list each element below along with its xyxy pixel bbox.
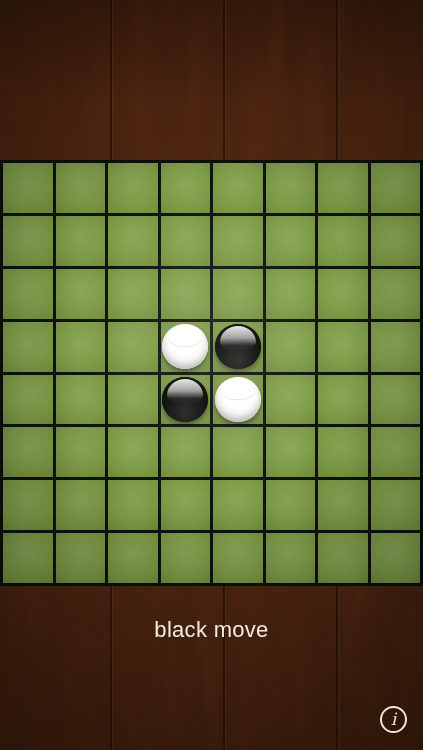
board-cell[interactable] — [56, 533, 106, 583]
board-cell[interactable] — [371, 427, 421, 477]
board: ●●●● — [0, 160, 423, 586]
board-cell[interactable] — [318, 322, 368, 372]
board-cell[interactable] — [371, 163, 421, 213]
board-cell[interactable] — [213, 533, 263, 583]
board-cell[interactable] — [56, 322, 106, 372]
board-cell[interactable] — [108, 269, 158, 319]
disc-black: ● — [215, 324, 261, 369]
board-cell[interactable] — [371, 375, 421, 425]
board-cell[interactable] — [3, 322, 53, 372]
board-cell[interactable] — [318, 163, 368, 213]
board-cell[interactable] — [108, 375, 158, 425]
board-cell[interactable] — [266, 427, 316, 477]
info-button[interactable]: i — [380, 706, 407, 733]
board-cell[interactable] — [371, 322, 421, 372]
white-disc-glyph: ● — [215, 377, 261, 422]
board-cell[interactable] — [108, 163, 158, 213]
disc-white: ● — [215, 377, 261, 422]
board-cell[interactable] — [3, 216, 53, 266]
board-cell[interactable] — [213, 163, 263, 213]
board-cell[interactable] — [56, 216, 106, 266]
board-cell[interactable] — [318, 533, 368, 583]
board-cell[interactable] — [266, 322, 316, 372]
board-cell[interactable] — [213, 480, 263, 530]
board-cell[interactable] — [161, 427, 211, 477]
board-cell[interactable] — [266, 269, 316, 319]
board-grid: ●●●● — [3, 163, 420, 583]
board-cell[interactable] — [3, 480, 53, 530]
board-cell[interactable] — [3, 375, 53, 425]
board-cell[interactable] — [108, 533, 158, 583]
board-cell[interactable] — [56, 480, 106, 530]
board-cell[interactable] — [318, 375, 368, 425]
board-cell[interactable] — [266, 480, 316, 530]
board-cell[interactable] — [161, 480, 211, 530]
board-cell[interactable] — [161, 269, 211, 319]
board-cell[interactable] — [371, 269, 421, 319]
board-cell[interactable] — [3, 427, 53, 477]
board-cell[interactable] — [371, 216, 421, 266]
board-cell[interactable] — [3, 269, 53, 319]
board-cell[interactable] — [56, 375, 106, 425]
board-cell[interactable] — [266, 375, 316, 425]
board-cell[interactable]: ● — [213, 322, 263, 372]
white-disc-glyph: ● — [162, 324, 208, 369]
info-icon: i — [391, 711, 396, 728]
board-cell[interactable] — [318, 216, 368, 266]
board-cell[interactable] — [56, 269, 106, 319]
board-cell[interactable] — [318, 427, 368, 477]
board-cell[interactable] — [266, 216, 316, 266]
turn-status-text: black move — [0, 617, 423, 643]
board-cell[interactable] — [213, 427, 263, 477]
board-cell[interactable] — [161, 216, 211, 266]
board-cell[interactable] — [3, 163, 53, 213]
board-cell[interactable] — [266, 533, 316, 583]
board-cell[interactable] — [108, 427, 158, 477]
board-cell[interactable] — [3, 533, 53, 583]
board-cell[interactable] — [108, 480, 158, 530]
board-cell[interactable] — [108, 322, 158, 372]
board-cell[interactable] — [161, 163, 211, 213]
board-cell[interactable] — [56, 163, 106, 213]
disc-white: ● — [162, 324, 208, 369]
disc-black: ● — [162, 377, 208, 422]
board-cell[interactable]: ● — [213, 375, 263, 425]
board-cell[interactable] — [266, 163, 316, 213]
board-cell[interactable] — [371, 533, 421, 583]
board-cell[interactable] — [161, 533, 211, 583]
board-cell[interactable] — [213, 216, 263, 266]
board-cell[interactable]: ● — [161, 375, 211, 425]
board-cell[interactable] — [213, 269, 263, 319]
black-disc-glyph: ● — [162, 377, 208, 422]
app-screen: ●●●● black move i — [0, 0, 423, 750]
board-cell[interactable] — [371, 480, 421, 530]
board-cell[interactable] — [56, 427, 106, 477]
board-cell[interactable] — [318, 480, 368, 530]
board-cell[interactable]: ● — [161, 322, 211, 372]
black-disc-glyph: ● — [215, 324, 261, 369]
board-cell[interactable] — [108, 216, 158, 266]
board-cell[interactable] — [318, 269, 368, 319]
